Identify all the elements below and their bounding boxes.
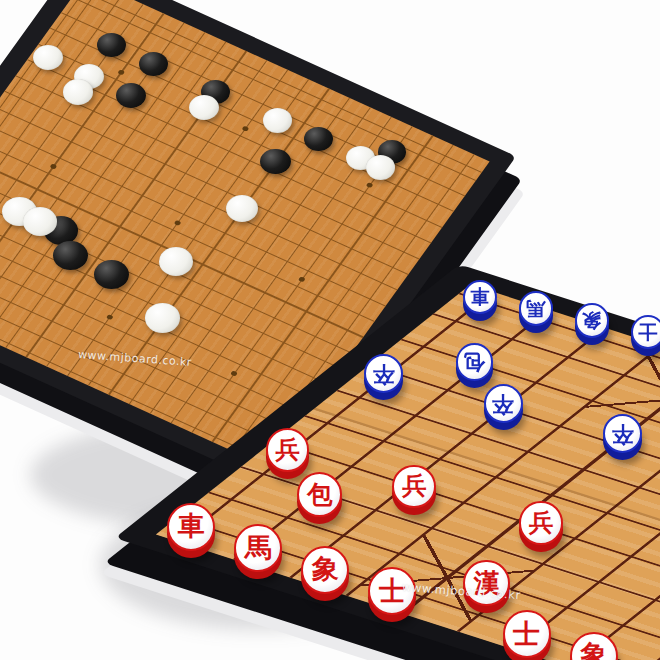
product-photo-scene: www.mjboard.co.kr www.mjboard.co.kr 車馬象士… xyxy=(0,0,660,660)
board-fold-seam xyxy=(313,408,660,568)
